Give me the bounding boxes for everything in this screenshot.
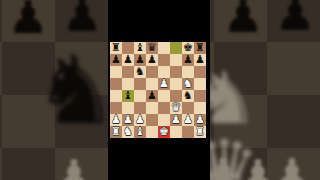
piece-white-pawn[interactable]: ♟ [195,114,205,126]
square-b3[interactable] [122,102,134,114]
square-a5[interactable] [110,78,122,90]
piece-white-knight[interactable]: ♞ [123,126,133,138]
square-e7[interactable] [158,54,170,66]
square-d3[interactable] [146,102,158,114]
piece-white-pawn[interactable]: ♟ [183,114,193,126]
square-d5[interactable] [146,78,158,90]
square-h8[interactable]: ♜ [194,42,206,54]
piece-white-queen[interactable]: ♛ [171,102,181,114]
square-h7[interactable]: ♟ [194,54,206,66]
square-f8[interactable] [170,42,182,54]
piece-white-pawn[interactable]: ♟ [171,114,181,126]
piece-black-bishop[interactable]: ♝ [135,42,145,54]
chess-board: ♜♝♛♚♜♟♟♟♟♟♟♞♟♞♝♟♞♛♟♟♟♟♟♟♜♞♝♚♜ [110,42,206,138]
piece-white-pawn[interactable]: ♟ [159,78,169,90]
square-d2[interactable] [146,114,158,126]
square-c5[interactable] [134,78,146,90]
square-e1[interactable]: ♚ [158,126,170,138]
piece-black-pawn[interactable]: ♟ [147,54,157,66]
piece-black-rook[interactable]: ♜ [195,42,205,54]
square-e4[interactable] [158,90,170,102]
square-d6[interactable] [146,66,158,78]
square-h4[interactable] [194,90,206,102]
piece-black-knight[interactable]: ♞ [135,66,145,78]
square-c7[interactable]: ♟ [134,54,146,66]
piece-black-pawn[interactable]: ♟ [147,90,157,102]
square-c1[interactable]: ♝ [134,126,146,138]
square-h3[interactable] [194,102,206,114]
square-h6[interactable] [194,66,206,78]
square-a8[interactable]: ♜ [110,42,122,54]
square-b6[interactable] [122,66,134,78]
piece-black-pawn[interactable]: ♟ [183,54,193,66]
square-d1[interactable] [146,126,158,138]
square-a3[interactable] [110,102,122,114]
piece-black-pawn[interactable]: ♟ [111,54,121,66]
square-g7[interactable]: ♟ [182,54,194,66]
square-a2[interactable]: ♟ [110,114,122,126]
square-b8[interactable] [122,42,134,54]
square-c3[interactable] [134,102,146,114]
piece-white-pawn[interactable]: ♟ [111,114,121,126]
square-f5[interactable] [170,78,182,90]
square-h5[interactable] [194,78,206,90]
square-h2[interactable]: ♟ [194,114,206,126]
square-e6[interactable] [158,66,170,78]
square-b1[interactable]: ♞ [122,126,134,138]
piece-white-pawn[interactable]: ♟ [135,114,145,126]
square-g2[interactable]: ♟ [182,114,194,126]
square-e5[interactable]: ♟ [158,78,170,90]
piece-black-pawn[interactable]: ♟ [195,54,205,66]
piece-black-pawn[interactable]: ♟ [135,54,145,66]
square-d7[interactable]: ♟ [146,54,158,66]
square-g3[interactable] [182,102,194,114]
square-g6[interactable] [182,66,194,78]
piece-white-king[interactable]: ♚ [159,126,169,138]
square-c8[interactable]: ♝ [134,42,146,54]
square-g1[interactable] [182,126,194,138]
square-g4[interactable]: ♞ [182,90,194,102]
square-f3[interactable]: ♛ [170,102,182,114]
square-a6[interactable] [110,66,122,78]
square-b2[interactable]: ♟ [122,114,134,126]
piece-white-rook[interactable]: ♜ [195,126,205,138]
piece-black-king[interactable]: ♚ [183,42,193,54]
square-f2[interactable]: ♟ [170,114,182,126]
piece-black-queen[interactable]: ♛ [147,42,157,54]
piece-white-bishop[interactable]: ♝ [135,126,145,138]
square-h1[interactable]: ♜ [194,126,206,138]
piece-white-knight[interactable]: ♞ [183,78,193,90]
square-a4[interactable] [110,90,122,102]
square-c4[interactable] [134,90,146,102]
square-e8[interactable] [158,42,170,54]
square-e3[interactable] [158,102,170,114]
piece-white-rook[interactable]: ♜ [111,126,121,138]
piece-white-pawn[interactable]: ♟ [123,114,133,126]
square-c2[interactable]: ♟ [134,114,146,126]
square-f7[interactable] [170,54,182,66]
video-frame: ♟♟♟♟♞♞♛♟♟♟♟ ♜♝♛♚♜♟♟♟♟♟♟♞♟♞♝♟♞♛♟♟♟♟♟♟♜♞♝♚… [0,0,320,180]
square-b7[interactable]: ♟ [122,54,134,66]
square-f4[interactable] [170,90,182,102]
piece-black-knight[interactable]: ♞ [183,90,193,102]
piece-black-pawn[interactable]: ♟ [123,54,133,66]
square-d8[interactable]: ♛ [146,42,158,54]
square-f1[interactable] [170,126,182,138]
square-b4[interactable]: ♝ [122,90,134,102]
piece-black-bishop[interactable]: ♝ [123,90,133,102]
square-e2[interactable] [158,114,170,126]
square-a7[interactable]: ♟ [110,54,122,66]
square-a1[interactable]: ♜ [110,126,122,138]
square-g5[interactable]: ♞ [182,78,194,90]
piece-black-rook[interactable]: ♜ [111,42,121,54]
square-d4[interactable]: ♟ [146,90,158,102]
square-g8[interactable]: ♚ [182,42,194,54]
square-f6[interactable] [170,66,182,78]
square-c6[interactable]: ♞ [134,66,146,78]
square-b5[interactable] [122,78,134,90]
